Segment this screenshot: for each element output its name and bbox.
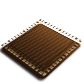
board-photo[interactable] [0,0,84,84]
chessboard [1,19,83,76]
chessboard-3d-wrap [13,14,71,72]
